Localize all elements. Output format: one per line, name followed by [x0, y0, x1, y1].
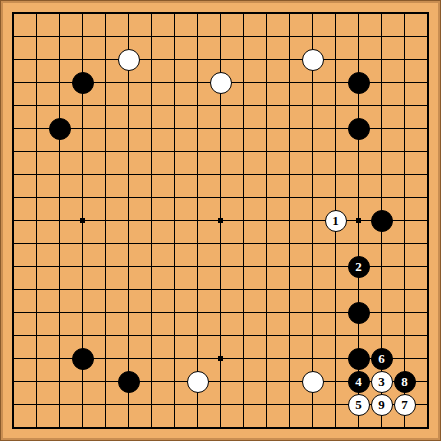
board-intersection[interactable] — [347, 25, 370, 48]
board-intersection[interactable] — [416, 186, 439, 209]
board-intersection[interactable] — [140, 278, 163, 301]
board-intersection[interactable] — [347, 324, 370, 347]
board-intersection[interactable] — [278, 117, 301, 140]
board-intersection[interactable] — [301, 48, 324, 71]
board-intersection[interactable] — [2, 255, 25, 278]
board-intersection[interactable] — [347, 94, 370, 117]
board-intersection[interactable] — [25, 48, 48, 71]
board-intersection[interactable] — [140, 186, 163, 209]
board-intersection[interactable] — [324, 255, 347, 278]
board-intersection[interactable] — [117, 186, 140, 209]
board-intersection[interactable] — [2, 324, 25, 347]
board-intersection[interactable] — [232, 2, 255, 25]
board-intersection[interactable] — [416, 278, 439, 301]
board-intersection[interactable] — [209, 25, 232, 48]
board-intersection[interactable] — [186, 347, 209, 370]
board-intersection[interactable] — [94, 393, 117, 416]
board-intersection[interactable] — [255, 255, 278, 278]
board-intersection[interactable] — [301, 117, 324, 140]
board-intersection[interactable]: 5 — [347, 393, 370, 416]
board-intersection[interactable] — [393, 324, 416, 347]
board-intersection[interactable] — [48, 71, 71, 94]
board-intersection[interactable] — [94, 232, 117, 255]
board-intersection[interactable] — [255, 278, 278, 301]
board-intersection[interactable] — [393, 347, 416, 370]
board-intersection[interactable] — [278, 301, 301, 324]
board-intersection[interactable] — [48, 2, 71, 25]
board-intersection[interactable] — [301, 278, 324, 301]
board-intersection[interactable] — [94, 48, 117, 71]
board-intersection[interactable] — [140, 347, 163, 370]
board-intersection[interactable] — [255, 71, 278, 94]
board-intersection[interactable] — [140, 255, 163, 278]
board-intersection[interactable] — [209, 370, 232, 393]
board-intersection[interactable] — [324, 140, 347, 163]
board-intersection[interactable] — [2, 232, 25, 255]
board-intersection[interactable] — [2, 163, 25, 186]
board-intersection[interactable] — [140, 324, 163, 347]
board-intersection[interactable] — [255, 2, 278, 25]
board-intersection[interactable] — [301, 347, 324, 370]
board-intersection[interactable] — [140, 2, 163, 25]
board-intersection[interactable] — [25, 2, 48, 25]
board-intersection[interactable] — [416, 140, 439, 163]
board-intersection[interactable] — [71, 347, 94, 370]
board-intersection[interactable] — [232, 163, 255, 186]
board-intersection[interactable] — [370, 140, 393, 163]
board-intersection[interactable] — [71, 232, 94, 255]
board-intersection[interactable] — [163, 301, 186, 324]
board-intersection[interactable] — [140, 232, 163, 255]
board-intersection[interactable] — [232, 255, 255, 278]
board-intersection[interactable] — [255, 25, 278, 48]
board-intersection[interactable] — [186, 278, 209, 301]
board-intersection[interactable] — [140, 163, 163, 186]
board-intersection[interactable] — [347, 163, 370, 186]
board-intersection[interactable] — [278, 71, 301, 94]
board-intersection[interactable] — [255, 416, 278, 439]
board-intersection[interactable] — [209, 140, 232, 163]
board-intersection[interactable] — [232, 117, 255, 140]
board-intersection[interactable] — [370, 324, 393, 347]
board-intersection[interactable] — [416, 25, 439, 48]
board-intersection[interactable] — [324, 71, 347, 94]
board-intersection[interactable] — [393, 25, 416, 48]
board-intersection[interactable] — [416, 209, 439, 232]
board-intersection[interactable] — [25, 209, 48, 232]
board-intersection[interactable] — [117, 393, 140, 416]
board-intersection[interactable] — [25, 186, 48, 209]
board-intersection[interactable] — [324, 232, 347, 255]
board-intersection[interactable] — [117, 163, 140, 186]
board-intersection[interactable] — [370, 94, 393, 117]
board-intersection[interactable] — [48, 48, 71, 71]
board-intersection[interactable]: 7 — [393, 393, 416, 416]
board-intersection[interactable] — [117, 301, 140, 324]
board-intersection[interactable] — [163, 48, 186, 71]
board-intersection[interactable] — [94, 255, 117, 278]
board-intersection[interactable] — [301, 186, 324, 209]
board-intersection[interactable] — [48, 370, 71, 393]
board-intersection[interactable] — [209, 347, 232, 370]
board-intersection[interactable] — [209, 186, 232, 209]
board-intersection[interactable] — [48, 209, 71, 232]
board-intersection[interactable] — [370, 232, 393, 255]
board-intersection[interactable]: 2 — [347, 255, 370, 278]
board-intersection[interactable] — [117, 255, 140, 278]
board-intersection[interactable] — [48, 163, 71, 186]
board-intersection[interactable] — [209, 71, 232, 94]
board-intersection[interactable] — [232, 71, 255, 94]
board-intersection[interactable] — [301, 255, 324, 278]
board-intersection[interactable] — [186, 94, 209, 117]
board-intersection[interactable] — [94, 324, 117, 347]
board-intersection[interactable] — [186, 163, 209, 186]
board-intersection[interactable] — [163, 324, 186, 347]
board-intersection[interactable] — [209, 416, 232, 439]
board-intersection[interactable] — [255, 347, 278, 370]
board-intersection[interactable] — [278, 324, 301, 347]
board-intersection[interactable] — [416, 370, 439, 393]
board-intersection[interactable] — [370, 71, 393, 94]
board-intersection[interactable] — [25, 140, 48, 163]
board-intersection[interactable] — [278, 393, 301, 416]
board-intersection[interactable] — [301, 94, 324, 117]
board-intersection[interactable] — [25, 301, 48, 324]
board-intersection[interactable] — [278, 209, 301, 232]
board-intersection[interactable] — [94, 370, 117, 393]
board-intersection[interactable] — [278, 163, 301, 186]
board-intersection[interactable] — [163, 71, 186, 94]
board-intersection[interactable] — [48, 301, 71, 324]
board-intersection[interactable] — [393, 186, 416, 209]
board-intersection[interactable] — [347, 209, 370, 232]
board-intersection[interactable] — [2, 278, 25, 301]
board-intersection[interactable] — [416, 94, 439, 117]
board-intersection[interactable] — [209, 209, 232, 232]
board-intersection[interactable] — [416, 163, 439, 186]
board-intersection[interactable] — [324, 186, 347, 209]
board-intersection[interactable] — [25, 393, 48, 416]
board-intersection[interactable] — [71, 71, 94, 94]
board-intersection[interactable] — [48, 117, 71, 140]
board-intersection[interactable] — [232, 186, 255, 209]
board-intersection[interactable] — [301, 393, 324, 416]
board-intersection[interactable] — [324, 370, 347, 393]
board-intersection[interactable] — [347, 186, 370, 209]
board-intersection[interactable] — [2, 416, 25, 439]
board-intersection[interactable] — [209, 393, 232, 416]
board-intersection[interactable] — [347, 140, 370, 163]
board-intersection[interactable] — [232, 140, 255, 163]
board-intersection[interactable] — [209, 255, 232, 278]
board-intersection[interactable] — [324, 393, 347, 416]
board-intersection[interactable] — [25, 117, 48, 140]
board-intersection[interactable] — [232, 393, 255, 416]
board-intersection[interactable] — [232, 347, 255, 370]
board-intersection[interactable] — [2, 25, 25, 48]
board-intersection[interactable] — [163, 140, 186, 163]
board-intersection[interactable] — [2, 301, 25, 324]
board-intersection[interactable] — [117, 94, 140, 117]
board-intersection[interactable] — [324, 416, 347, 439]
board-intersection[interactable] — [324, 347, 347, 370]
board-intersection[interactable] — [393, 232, 416, 255]
board-intersection[interactable]: 3 — [370, 370, 393, 393]
board-intersection[interactable] — [186, 255, 209, 278]
board-intersection[interactable] — [94, 140, 117, 163]
board-intersection[interactable] — [71, 324, 94, 347]
board-intersection[interactable] — [255, 140, 278, 163]
board-intersection[interactable] — [393, 301, 416, 324]
board-intersection[interactable] — [163, 163, 186, 186]
board-intersection[interactable] — [347, 301, 370, 324]
board-intersection[interactable] — [278, 140, 301, 163]
board-intersection[interactable] — [301, 2, 324, 25]
board-intersection[interactable] — [71, 140, 94, 163]
board-intersection[interactable] — [416, 232, 439, 255]
board-intersection[interactable] — [186, 232, 209, 255]
board-intersection[interactable] — [186, 2, 209, 25]
board-intersection[interactable] — [209, 48, 232, 71]
board-intersection[interactable] — [370, 278, 393, 301]
board-intersection[interactable] — [94, 301, 117, 324]
board-intersection[interactable] — [2, 209, 25, 232]
board-intersection[interactable] — [25, 416, 48, 439]
board-intersection[interactable] — [393, 2, 416, 25]
board-intersection[interactable] — [370, 255, 393, 278]
board-intersection[interactable] — [117, 117, 140, 140]
board-intersection[interactable] — [278, 278, 301, 301]
board-intersection[interactable] — [186, 25, 209, 48]
board-intersection[interactable] — [140, 71, 163, 94]
board-intersection[interactable] — [393, 71, 416, 94]
board-intersection[interactable] — [94, 186, 117, 209]
board-intersection[interactable] — [324, 2, 347, 25]
board-intersection[interactable] — [71, 94, 94, 117]
board-intersection[interactable] — [48, 324, 71, 347]
board-intersection[interactable] — [71, 163, 94, 186]
board-intersection[interactable] — [347, 2, 370, 25]
board-intersection[interactable] — [278, 370, 301, 393]
board-intersection[interactable] — [25, 163, 48, 186]
board-intersection[interactable] — [71, 255, 94, 278]
board-intersection[interactable] — [209, 117, 232, 140]
board-intersection[interactable]: 4 — [347, 370, 370, 393]
board-intersection[interactable] — [370, 209, 393, 232]
board-intersection[interactable] — [255, 48, 278, 71]
board-intersection[interactable] — [301, 232, 324, 255]
board-intersection[interactable] — [140, 94, 163, 117]
board-intersection[interactable] — [163, 232, 186, 255]
board-intersection[interactable] — [2, 48, 25, 71]
board-intersection[interactable] — [163, 209, 186, 232]
board-intersection[interactable] — [347, 117, 370, 140]
board-intersection[interactable] — [94, 209, 117, 232]
board-intersection[interactable] — [48, 94, 71, 117]
board-intersection[interactable] — [255, 301, 278, 324]
board-intersection[interactable] — [255, 186, 278, 209]
board-intersection[interactable] — [186, 324, 209, 347]
board-intersection[interactable] — [255, 163, 278, 186]
board-intersection[interactable] — [209, 278, 232, 301]
board-intersection[interactable] — [416, 2, 439, 25]
board-intersection[interactable] — [232, 25, 255, 48]
board-intersection[interactable] — [2, 117, 25, 140]
board-intersection[interactable] — [71, 48, 94, 71]
board-intersection[interactable] — [2, 186, 25, 209]
board-intersection[interactable] — [163, 255, 186, 278]
board-intersection[interactable] — [2, 347, 25, 370]
board-intersection[interactable]: 1 — [324, 209, 347, 232]
board-intersection[interactable] — [117, 232, 140, 255]
board-intersection[interactable] — [71, 186, 94, 209]
board-intersection[interactable] — [2, 94, 25, 117]
board-intersection[interactable] — [209, 2, 232, 25]
board-intersection[interactable] — [324, 48, 347, 71]
board-intersection[interactable] — [25, 232, 48, 255]
board-intersection[interactable] — [301, 25, 324, 48]
board-intersection[interactable] — [393, 416, 416, 439]
board-intersection[interactable] — [48, 278, 71, 301]
board-intersection[interactable] — [393, 94, 416, 117]
board-intersection[interactable] — [255, 209, 278, 232]
board-intersection[interactable] — [255, 94, 278, 117]
board-intersection[interactable] — [94, 278, 117, 301]
board-intersection[interactable] — [393, 117, 416, 140]
board-intersection[interactable] — [324, 163, 347, 186]
board-intersection[interactable] — [117, 324, 140, 347]
board-intersection[interactable] — [393, 209, 416, 232]
board-intersection[interactable] — [2, 71, 25, 94]
board-intersection[interactable] — [25, 71, 48, 94]
board-intersection[interactable] — [94, 25, 117, 48]
board-intersection[interactable] — [163, 25, 186, 48]
board-intersection[interactable] — [25, 25, 48, 48]
board-intersection[interactable] — [48, 232, 71, 255]
board-intersection[interactable] — [117, 416, 140, 439]
board-intersection[interactable] — [94, 163, 117, 186]
board-intersection[interactable] — [393, 278, 416, 301]
board-intersection[interactable] — [278, 416, 301, 439]
board-intersection[interactable] — [186, 117, 209, 140]
board-intersection[interactable] — [48, 347, 71, 370]
board-intersection[interactable] — [416, 347, 439, 370]
board-intersection[interactable] — [209, 94, 232, 117]
board-intersection[interactable] — [347, 278, 370, 301]
board-intersection[interactable] — [94, 117, 117, 140]
board-intersection[interactable] — [140, 301, 163, 324]
board-intersection[interactable] — [94, 347, 117, 370]
board-intersection[interactable] — [163, 2, 186, 25]
board-intersection[interactable] — [71, 370, 94, 393]
board-intersection[interactable] — [209, 163, 232, 186]
board-intersection[interactable] — [278, 48, 301, 71]
board-intersection[interactable] — [370, 25, 393, 48]
board-intersection[interactable] — [117, 347, 140, 370]
board-intersection[interactable] — [186, 393, 209, 416]
board-intersection[interactable] — [71, 25, 94, 48]
board-intersection[interactable] — [163, 370, 186, 393]
board-intersection[interactable] — [255, 232, 278, 255]
board-intersection[interactable] — [370, 117, 393, 140]
board-intersection[interactable] — [163, 186, 186, 209]
board-intersection[interactable] — [25, 347, 48, 370]
board-intersection[interactable] — [278, 232, 301, 255]
board-intersection[interactable] — [301, 71, 324, 94]
board-intersection[interactable] — [140, 209, 163, 232]
board-intersection[interactable] — [48, 255, 71, 278]
board-intersection[interactable] — [94, 416, 117, 439]
board-intersection[interactable] — [278, 347, 301, 370]
board-intersection[interactable] — [232, 416, 255, 439]
board-intersection[interactable] — [347, 232, 370, 255]
board-intersection[interactable] — [186, 186, 209, 209]
board-intersection[interactable] — [324, 278, 347, 301]
board-intersection[interactable] — [278, 25, 301, 48]
board-intersection[interactable] — [393, 255, 416, 278]
board-intersection[interactable] — [347, 347, 370, 370]
board-intersection[interactable] — [48, 140, 71, 163]
board-intersection[interactable] — [209, 324, 232, 347]
board-intersection[interactable] — [71, 393, 94, 416]
board-intersection[interactable] — [255, 393, 278, 416]
board-intersection[interactable] — [416, 255, 439, 278]
board-intersection[interactable] — [393, 140, 416, 163]
board-intersection[interactable] — [301, 416, 324, 439]
board-intersection[interactable] — [232, 232, 255, 255]
board-intersection[interactable] — [117, 48, 140, 71]
board-intersection[interactable] — [416, 71, 439, 94]
board-intersection[interactable] — [232, 324, 255, 347]
board-intersection[interactable] — [117, 25, 140, 48]
board-intersection[interactable]: 9 — [370, 393, 393, 416]
board-intersection[interactable] — [25, 255, 48, 278]
board-intersection[interactable] — [209, 301, 232, 324]
board-intersection[interactable]: 6 — [370, 347, 393, 370]
board-intersection[interactable] — [416, 117, 439, 140]
board-intersection[interactable] — [278, 2, 301, 25]
board-intersection[interactable] — [416, 324, 439, 347]
board-intersection[interactable] — [2, 2, 25, 25]
board-intersection[interactable] — [416, 301, 439, 324]
board-intersection[interactable] — [186, 301, 209, 324]
board-intersection[interactable] — [416, 48, 439, 71]
board-intersection[interactable] — [94, 71, 117, 94]
board-intersection[interactable] — [48, 186, 71, 209]
board-intersection[interactable] — [324, 117, 347, 140]
board-intersection[interactable] — [255, 370, 278, 393]
board-intersection[interactable] — [278, 255, 301, 278]
board-intersection[interactable] — [25, 278, 48, 301]
board-intersection[interactable] — [2, 140, 25, 163]
board-intersection[interactable] — [324, 25, 347, 48]
board-intersection[interactable] — [324, 94, 347, 117]
board-intersection[interactable] — [186, 71, 209, 94]
board-intersection[interactable] — [71, 209, 94, 232]
board-intersection[interactable] — [186, 48, 209, 71]
board-intersection[interactable] — [370, 48, 393, 71]
board-intersection[interactable] — [163, 117, 186, 140]
board-intersection[interactable] — [117, 209, 140, 232]
board-intersection[interactable] — [163, 278, 186, 301]
board-intersection[interactable] — [416, 416, 439, 439]
board-intersection[interactable] — [186, 209, 209, 232]
board-intersection[interactable] — [94, 94, 117, 117]
board-intersection[interactable] — [48, 416, 71, 439]
board-intersection[interactable] — [232, 278, 255, 301]
board-intersection[interactable] — [117, 278, 140, 301]
